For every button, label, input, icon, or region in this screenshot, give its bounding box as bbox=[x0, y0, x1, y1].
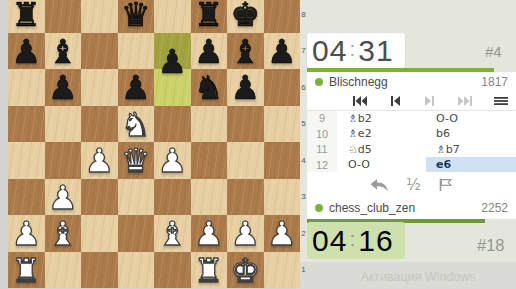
square-h6[interactable] bbox=[264, 69, 301, 106]
white-bishop: ♝ bbox=[154, 215, 191, 252]
square-h1[interactable] bbox=[264, 252, 301, 289]
white-pawn: ♟ bbox=[227, 215, 264, 252]
move-number: 11 bbox=[307, 142, 337, 157]
clock-colon: : bbox=[349, 37, 356, 61]
square-g2[interactable]: ♟ bbox=[227, 215, 264, 252]
square-c5[interactable] bbox=[81, 106, 118, 143]
game-action-buttons: ½ bbox=[307, 172, 516, 197]
square-b7[interactable]: ♝ bbox=[45, 33, 82, 70]
rank-label-8: 8 bbox=[299, 0, 308, 33]
square-c4[interactable]: ♟ bbox=[81, 142, 118, 179]
black-rook: ♜ bbox=[191, 0, 228, 33]
square-h3[interactable] bbox=[264, 179, 301, 216]
white-pawn: ♟ bbox=[45, 179, 82, 216]
clock-colon: : bbox=[349, 227, 356, 251]
square-b2[interactable]: ♝ bbox=[45, 215, 82, 252]
opponent-clock: 04:31 bbox=[307, 33, 405, 68]
square-g4[interactable] bbox=[227, 142, 264, 179]
square-d3[interactable] bbox=[118, 179, 155, 216]
square-b3[interactable]: ♟ bbox=[45, 179, 82, 216]
white-pawn: ♟ bbox=[81, 142, 118, 179]
step-back-icon[interactable] bbox=[389, 95, 402, 107]
square-e3[interactable] bbox=[154, 179, 191, 216]
square-a4[interactable] bbox=[8, 142, 45, 179]
white-pawn: ♟ bbox=[154, 142, 191, 179]
opponent-rating: 1817 bbox=[481, 75, 508, 89]
black-pawn: ♟ bbox=[118, 69, 155, 106]
white-knight: ♞ bbox=[118, 106, 155, 143]
black-pawn: ♟ bbox=[191, 33, 228, 70]
square-g1[interactable]: ♚ bbox=[227, 252, 264, 289]
square-f5[interactable] bbox=[191, 106, 228, 143]
white-pawn: ♟ bbox=[191, 215, 228, 252]
black-pawn: ♟ bbox=[154, 43, 191, 80]
game-number-badge-top: #4 bbox=[485, 43, 502, 60]
square-h4[interactable] bbox=[264, 142, 301, 179]
square-f7[interactable]: ♟ bbox=[191, 33, 228, 70]
square-b4[interactable] bbox=[45, 142, 82, 179]
move-white[interactable]: ♗e2 bbox=[337, 126, 426, 141]
offer-draw-button[interactable]: ½ bbox=[406, 176, 421, 194]
square-f4[interactable] bbox=[191, 142, 228, 179]
skip-to-first-icon[interactable] bbox=[352, 95, 368, 107]
clock-seconds: 16 bbox=[358, 224, 393, 258]
square-d6[interactable]: ♟ bbox=[118, 69, 155, 106]
move-navigation bbox=[307, 92, 516, 111]
square-a8[interactable]: ♜ bbox=[8, 0, 45, 33]
move-number: 9 bbox=[307, 111, 337, 126]
square-e2[interactable]: ♝ bbox=[154, 215, 191, 252]
white-pawn: ♟ bbox=[264, 215, 301, 252]
black-queen: ♛ bbox=[118, 0, 155, 33]
square-e1[interactable] bbox=[154, 252, 191, 289]
black-pawn: ♟ bbox=[227, 69, 264, 106]
square-f8[interactable]: ♜ bbox=[191, 0, 228, 33]
square-d7[interactable] bbox=[118, 33, 155, 70]
move-number: 10 bbox=[307, 126, 337, 141]
black-pawn: ♟ bbox=[8, 33, 45, 70]
square-a3[interactable] bbox=[8, 179, 45, 216]
takeback-icon[interactable] bbox=[369, 178, 390, 192]
square-c8[interactable] bbox=[81, 0, 118, 33]
clock-seconds: 31 bbox=[358, 34, 393, 68]
white-rook: ♜ bbox=[8, 252, 45, 289]
online-dot bbox=[315, 78, 323, 86]
move-number: 12 bbox=[307, 157, 337, 172]
online-dot bbox=[315, 204, 323, 212]
white-rook: ♜ bbox=[191, 252, 228, 289]
player-rating: 2252 bbox=[481, 201, 508, 215]
opponent-name[interactable]: Blischnegg bbox=[329, 75, 388, 89]
player-name[interactable]: chess_club_zen bbox=[329, 201, 415, 215]
square-a7[interactable]: ♟ bbox=[8, 33, 45, 70]
square-c7[interactable] bbox=[81, 33, 118, 70]
step-forward-icon[interactable] bbox=[423, 95, 436, 107]
move-white[interactable]: ♘d5 bbox=[337, 142, 426, 157]
square-g8[interactable]: ♚ bbox=[227, 0, 264, 33]
black-pawn: ♟ bbox=[45, 69, 82, 106]
square-h5[interactable] bbox=[264, 106, 301, 143]
square-e6[interactable]: ♟ bbox=[154, 69, 191, 106]
opponent-row: Blischnegg 1817 bbox=[307, 72, 516, 92]
square-d8[interactable]: ♛ bbox=[118, 0, 155, 33]
square-f2[interactable]: ♟ bbox=[191, 215, 228, 252]
windows-activation-watermark: Активация Windows bbox=[320, 270, 516, 284]
black-king: ♚ bbox=[227, 0, 264, 33]
square-b1[interactable] bbox=[45, 252, 82, 289]
game-number-badge-bottom: #18 bbox=[477, 236, 505, 255]
move-black[interactable]: ♗b7 bbox=[426, 142, 516, 157]
move-row: 12O-Oe6 bbox=[307, 157, 516, 172]
square-h8[interactable] bbox=[264, 0, 301, 33]
black-knight: ♞ bbox=[191, 69, 228, 106]
square-e8[interactable] bbox=[154, 0, 191, 33]
square-c6[interactable] bbox=[81, 69, 118, 106]
square-h2[interactable]: ♟ bbox=[264, 215, 301, 252]
square-a6[interactable] bbox=[8, 69, 45, 106]
square-g6[interactable]: ♟ bbox=[227, 69, 264, 106]
square-g7[interactable]: ♝ bbox=[227, 33, 264, 70]
black-bishop: ♝ bbox=[227, 33, 264, 70]
chess-board: ♜♛♜♚♟♝♟♝♟♟♟♟♞♟♞♟♛♟♟♟♝♝♟♟♟♜♜♚ bbox=[8, 0, 300, 288]
move-row: 9♗b2O-O bbox=[307, 111, 516, 126]
square-d2[interactable] bbox=[118, 215, 155, 252]
square-d4[interactable]: ♛ bbox=[118, 142, 155, 179]
move-black-current[interactable]: e6 bbox=[426, 157, 516, 172]
move-white[interactable]: O-O bbox=[337, 157, 426, 172]
move-black[interactable]: b6 bbox=[426, 126, 516, 141]
square-a2[interactable]: ♟ bbox=[8, 215, 45, 252]
move-list: 9♗b2O-O10♗e2b611♘d5♗b712O-Oe6 bbox=[307, 111, 516, 173]
white-queen: ♛ bbox=[118, 142, 155, 179]
square-a5[interactable] bbox=[8, 106, 45, 143]
player-row: chess_club_zen 2252 bbox=[307, 197, 516, 219]
white-bishop: ♝ bbox=[45, 215, 82, 252]
black-pawn: ♟ bbox=[264, 33, 301, 70]
move-white[interactable]: ♗b2 bbox=[337, 111, 426, 126]
clock-minutes: 04 bbox=[312, 34, 347, 68]
clock-minutes: 04 bbox=[312, 224, 347, 258]
white-king: ♚ bbox=[227, 252, 264, 289]
square-b5[interactable] bbox=[45, 106, 82, 143]
white-pawn: ♟ bbox=[8, 215, 45, 252]
square-f3[interactable] bbox=[191, 179, 228, 216]
square-f1[interactable]: ♜ bbox=[191, 252, 228, 289]
player-clock-active: 04:16 bbox=[307, 222, 405, 259]
black-bishop: ♝ bbox=[45, 33, 82, 70]
chess-app-screen: ♜♛♜♚♟♝♟♝♟♟♟♟♞♟♞♟♛♟♟♟♝♝♟♟♟♜♜♚ 87654321 04… bbox=[0, 0, 516, 289]
square-f6[interactable]: ♞ bbox=[191, 69, 228, 106]
menu-icon[interactable] bbox=[494, 95, 508, 107]
square-d1[interactable] bbox=[118, 252, 155, 289]
move-row: 11♘d5♗b7 bbox=[307, 142, 516, 157]
black-rook: ♜ bbox=[8, 0, 45, 33]
square-c1[interactable] bbox=[81, 252, 118, 289]
square-b6[interactable]: ♟ bbox=[45, 69, 82, 106]
square-c2[interactable] bbox=[81, 215, 118, 252]
move-black[interactable]: O-O bbox=[426, 111, 516, 126]
move-row: 10♗e2b6 bbox=[307, 126, 516, 141]
square-b8[interactable] bbox=[45, 0, 82, 33]
square-a1[interactable]: ♜ bbox=[8, 252, 45, 289]
resign-flag-icon[interactable] bbox=[437, 177, 454, 192]
square-g5[interactable] bbox=[227, 106, 264, 143]
square-d5[interactable]: ♞ bbox=[118, 106, 155, 143]
skip-to-last-icon[interactable] bbox=[457, 95, 473, 107]
square-c3[interactable] bbox=[81, 179, 118, 216]
square-e5[interactable] bbox=[154, 106, 191, 143]
square-h7[interactable]: ♟ bbox=[264, 33, 301, 70]
square-g3[interactable] bbox=[227, 179, 264, 216]
square-e4[interactable]: ♟ bbox=[154, 142, 191, 179]
game-card: Blischnegg 1817 9♗b2O-O10♗e2b611♘d5♗b712… bbox=[307, 72, 516, 219]
